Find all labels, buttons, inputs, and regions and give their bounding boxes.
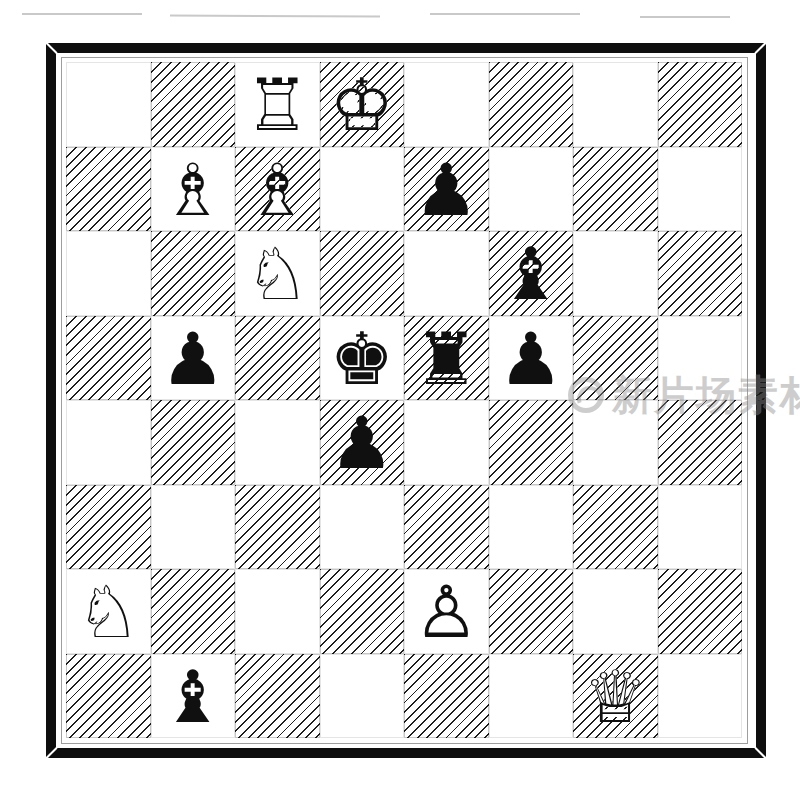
square-c3 xyxy=(235,485,320,570)
square-e2: ♙ xyxy=(404,569,489,654)
square-f1 xyxy=(489,654,574,739)
square-c4 xyxy=(235,400,320,485)
square-a8 xyxy=(66,62,151,147)
square-h2 xyxy=(658,569,743,654)
square-b7: ♗ xyxy=(151,147,236,232)
square-g2 xyxy=(573,569,658,654)
piece-white-bishop: ♗ xyxy=(245,154,310,226)
square-a6 xyxy=(66,231,151,316)
piece-white-king: ♔ xyxy=(329,69,394,141)
square-e7: ♟ xyxy=(404,147,489,232)
square-c5 xyxy=(235,316,320,401)
scan-smudge xyxy=(640,16,730,18)
square-f8 xyxy=(489,62,574,147)
square-a1 xyxy=(66,654,151,739)
square-d7 xyxy=(320,147,405,232)
square-e1 xyxy=(404,654,489,739)
piece-black-pawn: ♟ xyxy=(329,407,394,479)
piece-white-pawn: ♙ xyxy=(414,576,479,648)
piece-black-bishop: ♝ xyxy=(160,661,225,733)
scan-smudge xyxy=(430,13,580,15)
square-g7 xyxy=(573,147,658,232)
square-b8 xyxy=(151,62,236,147)
watermark: 新片场素材 xyxy=(568,366,800,424)
square-a5 xyxy=(66,316,151,401)
square-d6 xyxy=(320,231,405,316)
square-b3 xyxy=(151,485,236,570)
square-b4 xyxy=(151,400,236,485)
square-a4 xyxy=(66,400,151,485)
square-g1: ♕ xyxy=(573,654,658,739)
square-e8 xyxy=(404,62,489,147)
piece-black-pawn: ♟ xyxy=(498,323,563,395)
square-c6: ♘ xyxy=(235,231,320,316)
square-e5: ♜ xyxy=(404,316,489,401)
square-b1: ♝ xyxy=(151,654,236,739)
square-g6 xyxy=(573,231,658,316)
square-c1 xyxy=(235,654,320,739)
square-d1 xyxy=(320,654,405,739)
scan-smudge xyxy=(170,14,380,17)
square-g3 xyxy=(573,485,658,570)
square-c8: ♖ xyxy=(235,62,320,147)
square-b6 xyxy=(151,231,236,316)
square-g8 xyxy=(573,62,658,147)
square-b2 xyxy=(151,569,236,654)
square-e6 xyxy=(404,231,489,316)
piece-white-knight: ♘ xyxy=(76,576,141,648)
square-d3 xyxy=(320,485,405,570)
watermark-text: 新片场素材 xyxy=(612,368,800,423)
square-a3 xyxy=(66,485,151,570)
piece-white-rook: ♖ xyxy=(245,69,310,141)
square-h1 xyxy=(658,654,743,739)
piece-black-rook: ♜ xyxy=(414,323,479,395)
square-d2 xyxy=(320,569,405,654)
square-c7: ♗ xyxy=(235,147,320,232)
piece-white-queen: ♕ xyxy=(583,661,648,733)
square-a2: ♘ xyxy=(66,569,151,654)
piece-black-king: ♚ xyxy=(329,323,394,395)
piece-white-bishop: ♗ xyxy=(160,154,225,226)
square-f7 xyxy=(489,147,574,232)
square-h3 xyxy=(658,485,743,570)
square-f6: ♝ xyxy=(489,231,574,316)
square-d8: ♔ xyxy=(320,62,405,147)
square-b5: ♟ xyxy=(151,316,236,401)
chess-illustration-page: ♖♔♗♗♟♘♝♟♚♜♟♟♘♙♝♕ 新片场素材 xyxy=(0,0,800,790)
square-c2 xyxy=(235,569,320,654)
piece-black-bishop: ♝ xyxy=(498,238,563,310)
square-h7 xyxy=(658,147,743,232)
square-d4: ♟ xyxy=(320,400,405,485)
square-e4 xyxy=(404,400,489,485)
square-h8 xyxy=(658,62,743,147)
square-f2 xyxy=(489,569,574,654)
piece-black-pawn: ♟ xyxy=(160,323,225,395)
scan-smudge xyxy=(22,13,142,15)
square-f3 xyxy=(489,485,574,570)
piece-black-pawn: ♟ xyxy=(414,154,479,226)
piece-white-knight: ♘ xyxy=(245,238,310,310)
square-f5: ♟ xyxy=(489,316,574,401)
square-h6 xyxy=(658,231,743,316)
square-e3 xyxy=(404,485,489,570)
square-a7 xyxy=(66,147,151,232)
square-f4 xyxy=(489,400,574,485)
watermark-logo-icon xyxy=(568,377,604,413)
square-d5: ♚ xyxy=(320,316,405,401)
